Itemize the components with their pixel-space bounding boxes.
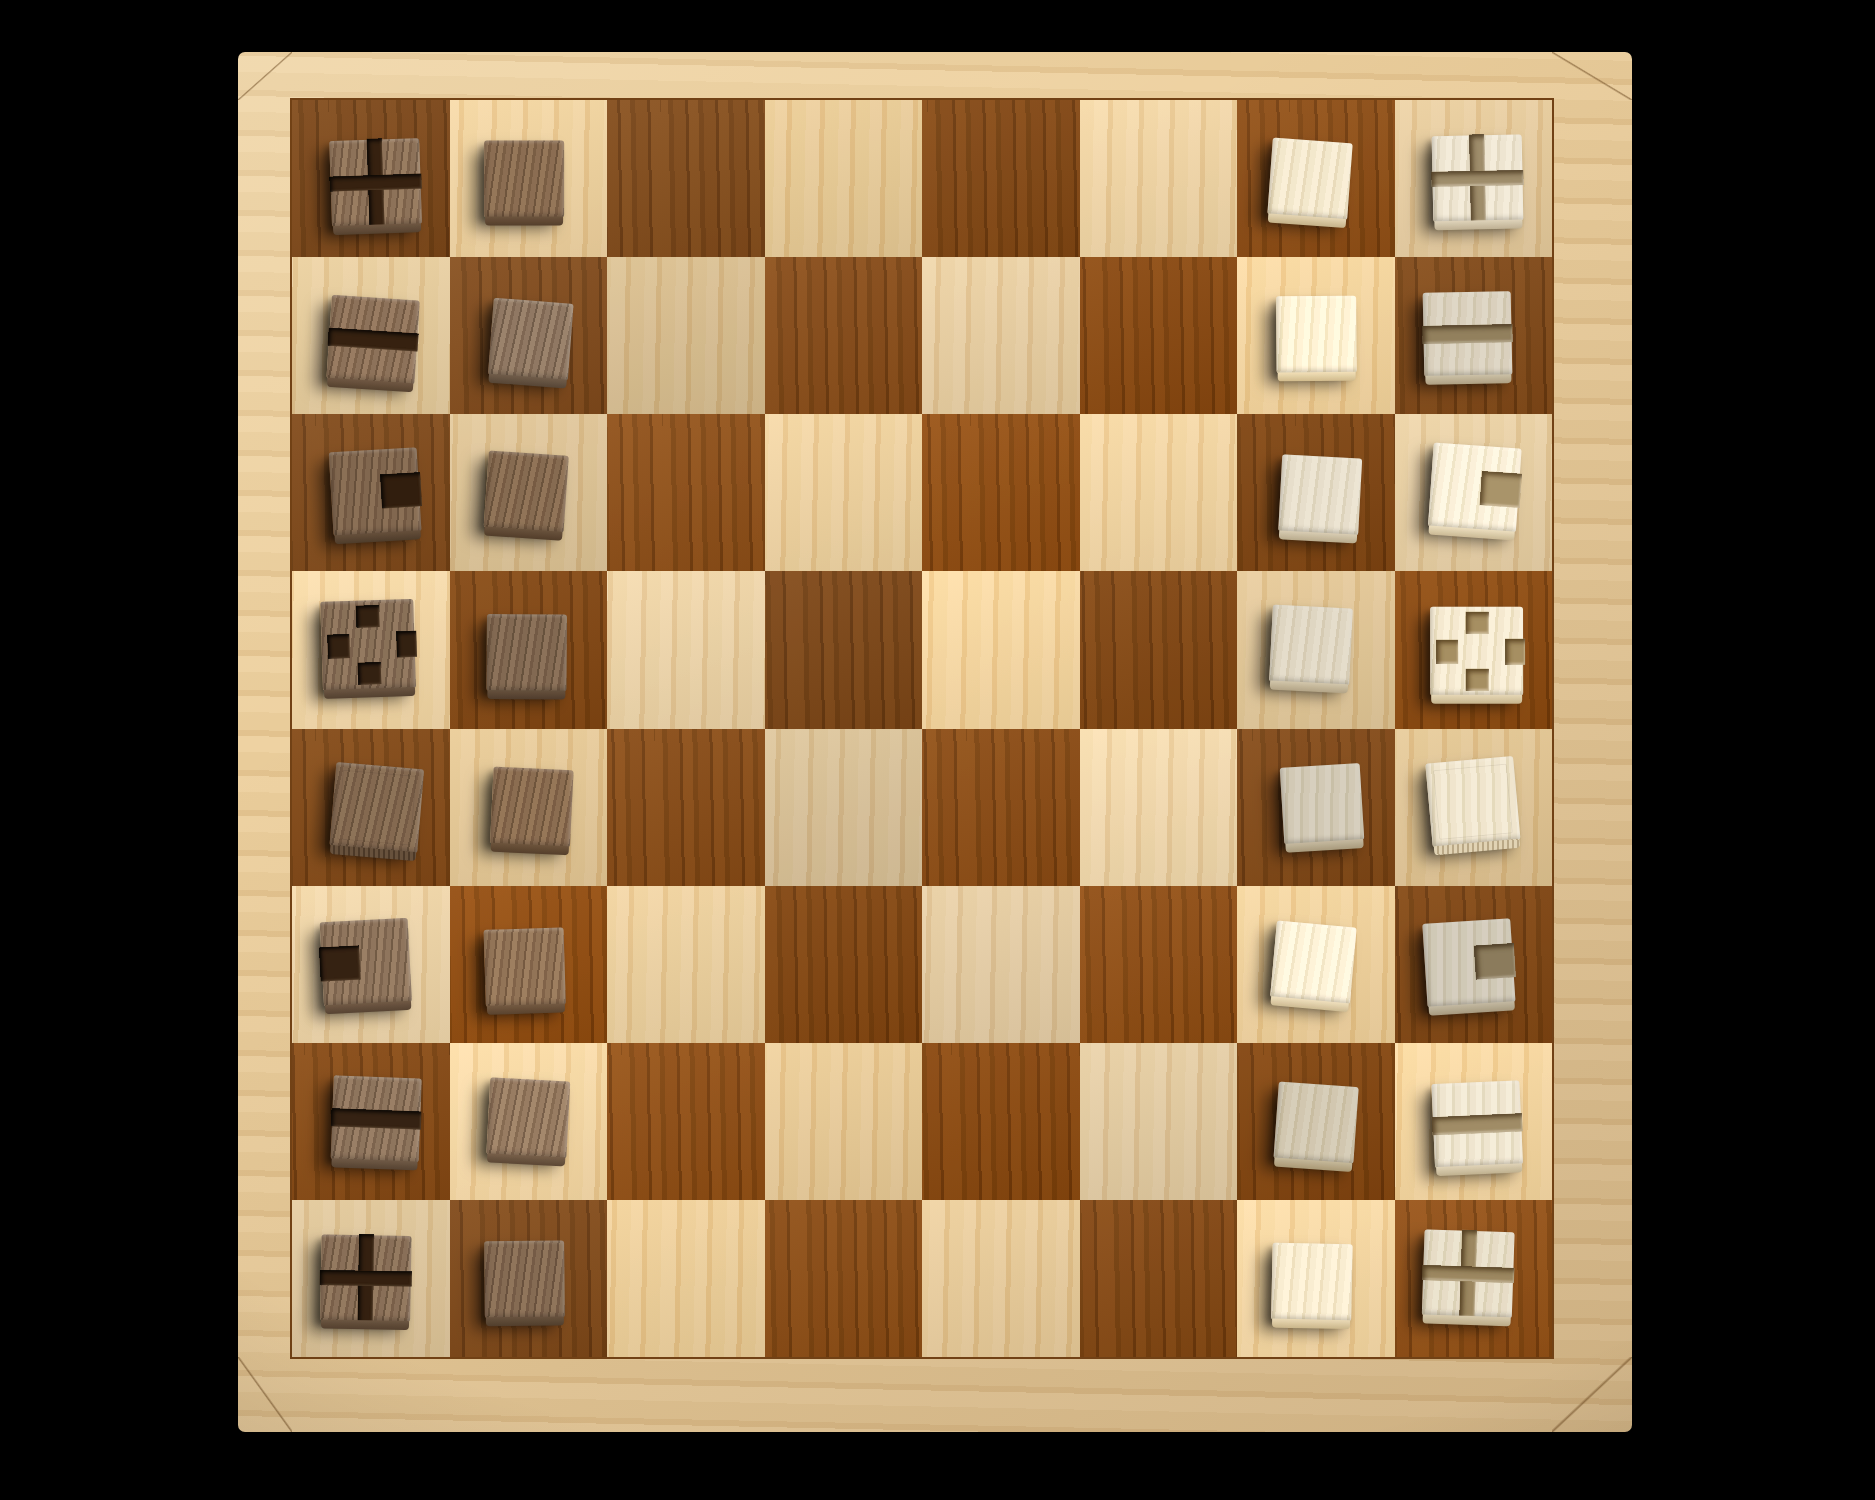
piece-groove [327, 327, 418, 351]
square-g3[interactable] [1080, 257, 1238, 414]
square-g7[interactable] [450, 257, 608, 414]
piece-groove [357, 662, 381, 685]
piece-black-pawn-h7[interactable] [484, 140, 564, 217]
square-a3[interactable] [1080, 1200, 1238, 1357]
photo-background [0, 0, 1875, 1500]
piece-white-knight-g1[interactable] [1423, 291, 1513, 377]
square-g2[interactable] [1237, 257, 1395, 414]
square-a4[interactable] [922, 1200, 1080, 1357]
frame-mitre-bottom-left [238, 1357, 292, 1432]
piece-groove [1422, 1265, 1514, 1283]
chess-board-frame [238, 52, 1632, 1432]
piece-groove [355, 605, 379, 628]
square-f2[interactable] [1237, 414, 1395, 571]
piece-white-king-e1[interactable] [1430, 607, 1523, 696]
square-a7[interactable] [450, 1200, 608, 1357]
square-a5[interactable] [765, 1200, 923, 1357]
piece-groove [1432, 170, 1524, 187]
square-f5[interactable] [765, 414, 923, 571]
piece-groove [1465, 612, 1488, 634]
piece-white-knight-b1[interactable] [1432, 1081, 1524, 1169]
piece-white-pawn-h2[interactable] [1267, 137, 1352, 220]
square-b1[interactable] [1395, 1043, 1553, 1200]
piece-groove [327, 633, 350, 658]
square-f6[interactable] [607, 414, 765, 571]
piece-black-pawn-b7[interactable] [487, 1078, 571, 1159]
square-g1[interactable] [1395, 257, 1553, 414]
square-a6[interactable] [607, 1200, 765, 1357]
piece-black-knight-g8[interactable] [326, 294, 419, 384]
square-g8[interactable] [292, 257, 450, 414]
piece-groove [1474, 943, 1516, 979]
piece-groove [1423, 324, 1513, 344]
square-g6[interactable] [607, 257, 765, 414]
square-g5[interactable] [765, 257, 923, 414]
square-g4[interactable] [922, 257, 1080, 414]
square-h7[interactable] [450, 100, 608, 257]
piece-black-pawn-a7[interactable] [484, 1241, 565, 1319]
piece-black-rook-h8[interactable] [329, 138, 422, 227]
square-d8[interactable] [292, 729, 450, 886]
square-a8[interactable] [292, 1200, 450, 1357]
square-d1[interactable] [1395, 729, 1553, 886]
piece-groove [1480, 471, 1522, 508]
piece-groove [337, 770, 417, 846]
square-c3[interactable] [1080, 886, 1238, 1043]
piece-white-pawn-e2[interactable] [1269, 604, 1353, 685]
piece-black-pawn-d7[interactable] [490, 767, 574, 848]
square-c2[interactable] [1237, 886, 1395, 1043]
piece-black-pawn-e7[interactable] [487, 614, 568, 692]
piece-white-queen-d1[interactable] [1426, 756, 1521, 848]
frame-mitre-top-right [1552, 52, 1632, 100]
square-h5[interactable] [765, 100, 923, 257]
square-e4[interactable] [922, 571, 1080, 728]
square-f7[interactable] [450, 414, 608, 571]
piece-black-bishop-c8[interactable] [319, 918, 411, 1007]
square-e3[interactable] [1080, 571, 1238, 728]
chess-board-grid [290, 98, 1554, 1359]
piece-black-pawn-c7[interactable] [484, 928, 566, 1007]
piece-white-bishop-c1[interactable] [1423, 918, 1516, 1007]
square-c6[interactable] [607, 886, 765, 1043]
piece-black-pawn-f7[interactable] [484, 450, 569, 532]
piece-black-bishop-f8[interactable] [328, 447, 421, 536]
square-h2[interactable] [1237, 100, 1395, 257]
piece-groove [1433, 764, 1513, 840]
square-c1[interactable] [1395, 886, 1553, 1043]
square-h3[interactable] [1080, 100, 1238, 257]
square-a2[interactable] [1237, 1200, 1395, 1357]
square-b3[interactable] [1080, 1043, 1238, 1200]
square-c4[interactable] [922, 886, 1080, 1043]
square-a1[interactable] [1395, 1200, 1553, 1357]
piece-black-king-e8[interactable] [320, 599, 416, 691]
piece-white-pawn-c2[interactable] [1270, 921, 1357, 1005]
piece-black-pawn-g7[interactable] [488, 297, 574, 380]
square-e5[interactable] [765, 571, 923, 728]
square-b8[interactable] [292, 1043, 450, 1200]
piece-groove [1465, 669, 1488, 691]
piece-white-pawn-f2[interactable] [1278, 454, 1362, 535]
square-d7[interactable] [450, 729, 608, 886]
piece-black-knight-b8[interactable] [330, 1076, 421, 1163]
square-f1[interactable] [1395, 414, 1553, 571]
square-h1[interactable] [1395, 100, 1553, 257]
piece-groove [396, 630, 417, 657]
piece-white-pawn-a2[interactable] [1271, 1243, 1353, 1322]
square-d4[interactable] [922, 729, 1080, 886]
piece-groove [319, 1270, 411, 1287]
square-c8[interactable] [292, 886, 450, 1043]
piece-white-bishop-f1[interactable] [1428, 442, 1522, 532]
piece-groove [1432, 1114, 1523, 1136]
piece-groove [1505, 638, 1525, 664]
square-e7[interactable] [450, 571, 608, 728]
piece-groove [380, 472, 422, 508]
piece-white-rook-a1[interactable] [1422, 1230, 1515, 1319]
piece-groove [1436, 639, 1458, 663]
square-f8[interactable] [292, 414, 450, 571]
frame-mitre-top-left [238, 52, 292, 100]
square-h8[interactable] [292, 100, 450, 257]
piece-white-rook-h1[interactable] [1432, 134, 1524, 222]
square-d5[interactable] [765, 729, 923, 886]
square-f4[interactable] [922, 414, 1080, 571]
square-b6[interactable] [607, 1043, 765, 1200]
square-b5[interactable] [765, 1043, 923, 1200]
piece-groove [319, 946, 361, 982]
square-e1[interactable] [1395, 571, 1553, 728]
piece-groove [329, 173, 421, 191]
square-h6[interactable] [607, 100, 765, 257]
piece-white-pawn-g2[interactable] [1276, 295, 1357, 373]
square-b7[interactable] [450, 1043, 608, 1200]
square-c7[interactable] [450, 886, 608, 1043]
square-e6[interactable] [607, 571, 765, 728]
square-h4[interactable] [922, 100, 1080, 257]
square-f3[interactable] [1080, 414, 1238, 571]
piece-black-queen-d8[interactable] [329, 762, 424, 853]
square-d3[interactable] [1080, 729, 1238, 886]
square-e8[interactable] [292, 571, 450, 728]
square-c5[interactable] [765, 886, 923, 1043]
square-d6[interactable] [607, 729, 765, 886]
frame-mitre-bottom-right [1552, 1357, 1632, 1432]
piece-groove [331, 1109, 422, 1130]
square-b4[interactable] [922, 1043, 1080, 1200]
square-b2[interactable] [1237, 1043, 1395, 1200]
piece-black-rook-a8[interactable] [320, 1235, 411, 1323]
piece-white-pawn-b2[interactable] [1273, 1082, 1358, 1164]
piece-white-pawn-d2[interactable] [1279, 763, 1364, 845]
square-d2[interactable] [1237, 729, 1395, 886]
square-e2[interactable] [1237, 571, 1395, 728]
